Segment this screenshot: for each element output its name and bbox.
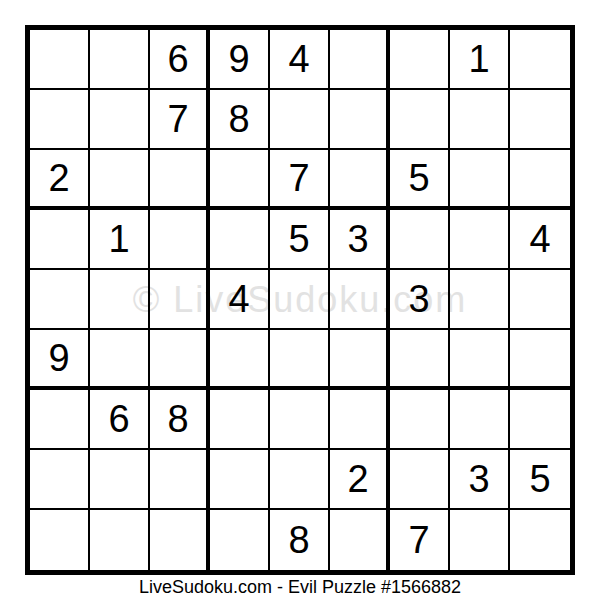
cell-r1c3: 6: [150, 30, 210, 90]
cell-r1c2[interactable]: [90, 30, 150, 90]
cell-r6c2[interactable]: [90, 330, 150, 390]
cell-r8c4[interactable]: [210, 450, 270, 510]
cell-r3c3[interactable]: [150, 150, 210, 210]
caption: LiveSudoku.com - Evil Puzzle #1566882: [0, 577, 600, 598]
cell-r9c5: 8: [270, 510, 330, 570]
cell-r3c2[interactable]: [90, 150, 150, 210]
cell-r3c7: 5: [390, 150, 450, 210]
cell-r2c3: 7: [150, 90, 210, 150]
cell-r4c4[interactable]: [210, 210, 270, 270]
cell-r9c2[interactable]: [90, 510, 150, 570]
cell-r4c7[interactable]: [390, 210, 450, 270]
cell-r3c9[interactable]: [510, 150, 570, 210]
cell-r6c6[interactable]: [330, 330, 390, 390]
cell-r5c7: 3: [390, 270, 450, 330]
sudoku-board: © LiveSudoku.com 69417827515344396823587: [25, 25, 575, 575]
cell-r2c4: 8: [210, 90, 270, 150]
cell-r2c9[interactable]: [510, 90, 570, 150]
cell-r5c9[interactable]: [510, 270, 570, 330]
cell-r1c1[interactable]: [30, 30, 90, 90]
cell-r9c3[interactable]: [150, 510, 210, 570]
cell-r2c7[interactable]: [390, 90, 450, 150]
cell-r6c8[interactable]: [450, 330, 510, 390]
cell-r4c2: 1: [90, 210, 150, 270]
cell-r7c1[interactable]: [30, 390, 90, 450]
cell-r4c9: 4: [510, 210, 570, 270]
cell-r7c6[interactable]: [330, 390, 390, 450]
cell-r3c8[interactable]: [450, 150, 510, 210]
cell-r6c3[interactable]: [150, 330, 210, 390]
cell-r6c1: 9: [30, 330, 90, 390]
cell-r5c5[interactable]: [270, 270, 330, 330]
cell-r3c1: 2: [30, 150, 90, 210]
cell-r5c3[interactable]: [150, 270, 210, 330]
cell-r5c4: 4: [210, 270, 270, 330]
cell-r2c8[interactable]: [450, 90, 510, 150]
cell-r4c8[interactable]: [450, 210, 510, 270]
cell-r8c7[interactable]: [390, 450, 450, 510]
cell-r1c5: 4: [270, 30, 330, 90]
cell-r8c1[interactable]: [30, 450, 90, 510]
cell-r9c8[interactable]: [450, 510, 510, 570]
cell-r2c1[interactable]: [30, 90, 90, 150]
cell-r6c9[interactable]: [510, 330, 570, 390]
cell-r8c5[interactable]: [270, 450, 330, 510]
cell-r7c7[interactable]: [390, 390, 450, 450]
cell-r4c5: 5: [270, 210, 330, 270]
cell-r8c8: 3: [450, 450, 510, 510]
cell-r1c8: 1: [450, 30, 510, 90]
cell-r1c6[interactable]: [330, 30, 390, 90]
cell-r8c9: 5: [510, 450, 570, 510]
cell-r8c3[interactable]: [150, 450, 210, 510]
cell-r9c7: 7: [390, 510, 450, 570]
cell-r9c1[interactable]: [30, 510, 90, 570]
cell-r1c7[interactable]: [390, 30, 450, 90]
cell-r3c6[interactable]: [330, 150, 390, 210]
cell-r7c2: 6: [90, 390, 150, 450]
cell-r5c6[interactable]: [330, 270, 390, 330]
cell-r4c6: 3: [330, 210, 390, 270]
cell-r6c4[interactable]: [210, 330, 270, 390]
page: © LiveSudoku.com 69417827515344396823587…: [0, 0, 600, 615]
cell-r5c8[interactable]: [450, 270, 510, 330]
cell-r7c5[interactable]: [270, 390, 330, 450]
cell-r7c9[interactable]: [510, 390, 570, 450]
cell-r9c6[interactable]: [330, 510, 390, 570]
cell-r6c5[interactable]: [270, 330, 330, 390]
cell-r2c5[interactable]: [270, 90, 330, 150]
cell-r9c4[interactable]: [210, 510, 270, 570]
cell-r4c3[interactable]: [150, 210, 210, 270]
cell-r7c8[interactable]: [450, 390, 510, 450]
cell-r5c2[interactable]: [90, 270, 150, 330]
cell-r1c4: 9: [210, 30, 270, 90]
cell-r2c6[interactable]: [330, 90, 390, 150]
cell-r6c7[interactable]: [390, 330, 450, 390]
cell-r7c3: 8: [150, 390, 210, 450]
cell-r2c2[interactable]: [90, 90, 150, 150]
cell-r7c4[interactable]: [210, 390, 270, 450]
cell-r8c2[interactable]: [90, 450, 150, 510]
cell-r8c6: 2: [330, 450, 390, 510]
cell-r5c1[interactable]: [30, 270, 90, 330]
cell-r1c9[interactable]: [510, 30, 570, 90]
cell-r4c1[interactable]: [30, 210, 90, 270]
cell-r3c4[interactable]: [210, 150, 270, 210]
cell-r9c9[interactable]: [510, 510, 570, 570]
cell-r3c5: 7: [270, 150, 330, 210]
